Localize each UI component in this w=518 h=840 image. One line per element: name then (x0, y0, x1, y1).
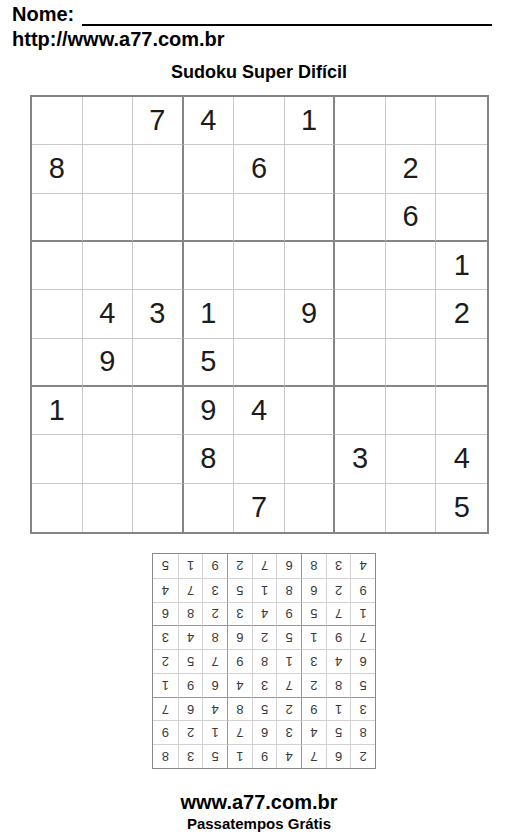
puzzle-cell-r9c2[interactable] (83, 484, 134, 532)
puzzle-cell-r4c5[interactable] (234, 242, 285, 290)
solution-cell-r8c3: 6 (301, 578, 326, 602)
solution-cell-r5c7: 7 (202, 649, 227, 673)
name-label: Nome: (12, 2, 74, 26)
puzzle-cell-r8c3[interactable] (133, 435, 184, 483)
puzzle-cell-r5c2: 4 (83, 290, 134, 338)
puzzle-cell-r7c4: 9 (184, 387, 235, 435)
puzzle-cell-r2c4[interactable] (184, 145, 235, 193)
name-fill-line[interactable] (82, 4, 492, 26)
solution-cell-r9c9: 5 (153, 554, 178, 578)
solution-cell-r2c5: 6 (252, 720, 277, 744)
puzzle-cell-r8c4: 8 (184, 435, 235, 483)
solution-cell-r5c1: 6 (350, 649, 375, 673)
puzzle-cell-r9c6[interactable] (285, 484, 336, 532)
solution-cell-r7c5: 4 (252, 602, 277, 626)
solution-cell-r7c1: 1 (350, 602, 375, 626)
puzzle-cell-r6c9[interactable] (436, 339, 487, 387)
solution-cell-r4c9: 1 (153, 673, 178, 697)
solution-cell-r2c3: 4 (301, 720, 326, 744)
solution-cell-r5c8: 5 (178, 649, 203, 673)
solution-cell-r3c8: 6 (178, 697, 203, 721)
solution-cell-r8c4: 8 (276, 578, 301, 602)
puzzle-cell-r1c3: 7 (133, 97, 184, 145)
puzzle-cell-r9c8[interactable] (386, 484, 437, 532)
solution-cell-r9c4: 6 (276, 554, 301, 578)
solution-cell-r2c2: 5 (326, 720, 351, 744)
puzzle-cell-r6c3[interactable] (133, 339, 184, 387)
puzzle-cell-r3c4[interactable] (184, 194, 235, 242)
puzzle-cell-r5c7[interactable] (335, 290, 386, 338)
puzzle-cell-r6c8[interactable] (386, 339, 437, 387)
puzzle-cell-r2c8: 2 (386, 145, 437, 193)
solution-cell-r2c6: 7 (227, 720, 252, 744)
puzzle-cell-r7c3[interactable] (133, 387, 184, 435)
solution-cell-r1c1: 2 (350, 744, 375, 768)
solution-cell-r1c5: 9 (252, 744, 277, 768)
solution-cell-r1c6: 1 (227, 744, 252, 768)
solution-cell-r7c4: 9 (276, 602, 301, 626)
solution-cell-r6c2: 9 (326, 625, 351, 649)
solution-cell-r9c5: 7 (252, 554, 277, 578)
puzzle-cell-r9c9: 5 (436, 484, 487, 532)
puzzle-cell-r3c3[interactable] (133, 194, 184, 242)
puzzle-cell-r9c7[interactable] (335, 484, 386, 532)
footer-site: www.a77.com.br (0, 791, 518, 814)
puzzle-cell-r8c6[interactable] (285, 435, 336, 483)
solution-cell-r1c2: 6 (326, 744, 351, 768)
puzzle-cell-r1c8[interactable] (386, 97, 437, 145)
solution-cell-r4c5: 3 (252, 673, 277, 697)
solution-cell-r1c7: 5 (202, 744, 227, 768)
puzzle-cell-r6c7[interactable] (335, 339, 386, 387)
puzzle-cell-r9c4[interactable] (184, 484, 235, 532)
solution-cell-r6c1: 7 (350, 625, 375, 649)
solution-cell-r4c7: 6 (202, 673, 227, 697)
puzzle-cell-r2c7[interactable] (335, 145, 386, 193)
puzzle-cell-r8c2[interactable] (83, 435, 134, 483)
puzzle-cell-r1c5[interactable] (234, 97, 285, 145)
puzzle-cell-r4c8[interactable] (386, 242, 437, 290)
solution-cell-r8c2: 2 (326, 578, 351, 602)
solution-cell-r3c9: 7 (153, 697, 178, 721)
solution-cell-r3c2: 1 (326, 697, 351, 721)
puzzle-cell-r7c2[interactable] (83, 387, 134, 435)
solution-cell-r7c3: 5 (301, 602, 326, 626)
puzzle-cell-r6c2: 9 (83, 339, 134, 387)
solution-cell-r2c4: 3 (276, 720, 301, 744)
solution-cell-r7c2: 7 (326, 602, 351, 626)
solution-cell-r8c5: 1 (252, 578, 277, 602)
puzzle-cell-r2c1: 8 (32, 145, 83, 193)
puzzle-cell-r6c4: 5 (184, 339, 235, 387)
puzzle-cell-r1c2[interactable] (83, 97, 134, 145)
puzzle-cell-r3c6[interactable] (285, 194, 336, 242)
solution-cell-r7c6: 3 (227, 602, 252, 626)
solution-cell-r1c8: 3 (178, 744, 203, 768)
solution-cell-r4c8: 9 (178, 673, 203, 697)
solution-board-rotated: 2674915388543671293192584675827346916431… (152, 553, 376, 769)
site-url: http://www.a77.com.br (12, 28, 225, 51)
solution-cell-r4c6: 4 (227, 673, 252, 697)
solution-cell-r1c3: 7 (301, 744, 326, 768)
puzzle-cell-r1c1[interactable] (32, 97, 83, 145)
solution-cell-r6c8: 4 (178, 625, 203, 649)
solution-cell-r1c4: 4 (276, 744, 301, 768)
puzzle-cell-r5c3: 3 (133, 290, 184, 338)
solution-cell-r9c7: 9 (202, 554, 227, 578)
puzzle-cell-r3c7[interactable] (335, 194, 386, 242)
puzzle-cell-r7c5: 4 (234, 387, 285, 435)
puzzle-cell-r3c8: 6 (386, 194, 437, 242)
solution-cell-r3c5: 5 (252, 697, 277, 721)
puzzle-cell-r5c9: 2 (436, 290, 487, 338)
footer-tagline: Passatempos Grátis (0, 815, 518, 832)
puzzle-cell-r4c7[interactable] (335, 242, 386, 290)
sudoku-board: 74186261431929519483475 (30, 95, 489, 534)
puzzle-cell-r3c9[interactable] (436, 194, 487, 242)
puzzle-cell-r8c7: 3 (335, 435, 386, 483)
solution-cell-r6c4: 5 (276, 625, 301, 649)
solution-cell-r2c9: 9 (153, 720, 178, 744)
solution-cell-r2c7: 1 (202, 720, 227, 744)
solution-cell-r5c5: 8 (252, 649, 277, 673)
puzzle-cell-r5c5[interactable] (234, 290, 285, 338)
puzzle-cell-r9c3[interactable] (133, 484, 184, 532)
solution-cell-r8c1: 9 (350, 578, 375, 602)
solution-cell-r4c3: 2 (301, 673, 326, 697)
puzzle-cell-r2c6[interactable] (285, 145, 336, 193)
puzzle-cell-r4c4[interactable] (184, 242, 235, 290)
name-row: Nome: (12, 2, 492, 26)
puzzle-cell-r1c7[interactable] (335, 97, 386, 145)
puzzle-cell-r1c9[interactable] (436, 97, 487, 145)
solution-cell-r5c4: 1 (276, 649, 301, 673)
puzzle-cell-r4c6[interactable] (285, 242, 336, 290)
solution-cell-r4c4: 7 (276, 673, 301, 697)
puzzle-cell-r1c6: 1 (285, 97, 336, 145)
solution-cell-r3c3: 9 (301, 697, 326, 721)
puzzle-cell-r5c6: 9 (285, 290, 336, 338)
solution-cell-r3c6: 8 (227, 697, 252, 721)
puzzle-cell-r4c3[interactable] (133, 242, 184, 290)
solution-cell-r6c5: 2 (252, 625, 277, 649)
solution-cell-r3c1: 3 (350, 697, 375, 721)
puzzle-cell-r5c4: 1 (184, 290, 235, 338)
puzzle-cell-r8c9: 4 (436, 435, 487, 483)
puzzle-cell-r6c1[interactable] (32, 339, 83, 387)
solution-cell-r8c9: 4 (153, 578, 178, 602)
puzzle-cell-r5c8[interactable] (386, 290, 437, 338)
puzzle-cell-r3c1[interactable] (32, 194, 83, 242)
solution-cell-r6c7: 8 (202, 625, 227, 649)
solution-cell-r8c6: 5 (227, 578, 252, 602)
solution-cell-r7c9: 6 (153, 602, 178, 626)
puzzle-title: Sudoku Super Difícil (0, 62, 518, 83)
puzzle-cell-r4c9: 1 (436, 242, 487, 290)
solution-cell-r5c3: 3 (301, 649, 326, 673)
puzzle-cell-r7c8[interactable] (386, 387, 437, 435)
solution-cell-r9c1: 4 (350, 554, 375, 578)
solution-cell-r8c8: 7 (178, 578, 203, 602)
puzzle-cell-r4c1[interactable] (32, 242, 83, 290)
puzzle-cell-r2c3[interactable] (133, 145, 184, 193)
solution-cell-r9c8: 1 (178, 554, 203, 578)
solution-cell-r9c2: 3 (326, 554, 351, 578)
solution-cell-r2c1: 8 (350, 720, 375, 744)
solution-cell-r5c9: 2 (153, 649, 178, 673)
solution-cell-r6c6: 6 (227, 625, 252, 649)
puzzle-cell-r2c9[interactable] (436, 145, 487, 193)
solution-cell-r3c7: 4 (202, 697, 227, 721)
puzzle-cell-r3c5[interactable] (234, 194, 285, 242)
solution-cell-r8c7: 3 (202, 578, 227, 602)
solution-cell-r9c6: 2 (227, 554, 252, 578)
solution-cell-r6c9: 3 (153, 625, 178, 649)
puzzle-cell-r8c1[interactable] (32, 435, 83, 483)
solution-cell-r2c8: 2 (178, 720, 203, 744)
puzzle-cell-r7c1: 1 (32, 387, 83, 435)
solution-cell-r4c1: 5 (350, 673, 375, 697)
solution-cell-r1c9: 8 (153, 744, 178, 768)
puzzle-cell-r6c6[interactable] (285, 339, 336, 387)
puzzle-cell-r1c4: 4 (184, 97, 235, 145)
solution-cell-r5c2: 4 (326, 649, 351, 673)
puzzle-cell-r2c5: 6 (234, 145, 285, 193)
puzzle-cell-r9c5: 7 (234, 484, 285, 532)
puzzle-cell-r4c2[interactable] (83, 242, 134, 290)
solution-cell-r4c2: 8 (326, 673, 351, 697)
puzzle-cell-r8c5[interactable] (234, 435, 285, 483)
puzzle-cell-r3c2[interactable] (83, 194, 134, 242)
solution-cell-r6c3: 1 (301, 625, 326, 649)
solution-cell-r9c3: 8 (301, 554, 326, 578)
puzzle-cell-r9c1[interactable] (32, 484, 83, 532)
puzzle-cell-r7c7[interactable] (335, 387, 386, 435)
worksheet-page: Nome: http://www.a77.com.br Sudoku Super… (0, 0, 518, 840)
puzzle-cell-r6c5[interactable] (234, 339, 285, 387)
puzzle-cell-r7c6[interactable] (285, 387, 336, 435)
solution-cell-r5c6: 9 (227, 649, 252, 673)
solution-cell-r7c7: 2 (202, 602, 227, 626)
solution-cell-r7c8: 8 (178, 602, 203, 626)
puzzle-cell-r7c9[interactable] (436, 387, 487, 435)
puzzle-cell-r8c8[interactable] (386, 435, 437, 483)
puzzle-cell-r2c2[interactable] (83, 145, 134, 193)
solution-cell-r3c4: 2 (276, 697, 301, 721)
puzzle-cell-r5c1[interactable] (32, 290, 83, 338)
